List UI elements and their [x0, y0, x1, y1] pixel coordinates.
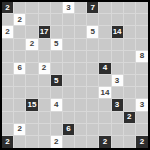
cell-r4-c11[interactable] — [124, 39, 136, 51]
cell-r11-c8[interactable] — [87, 124, 99, 136]
cell-r11-c6: 6 — [63, 124, 75, 136]
puzzle-board: 23722175142586245314154332262222 — [0, 0, 150, 150]
cell-r7-c6[interactable] — [63, 75, 75, 87]
cell-r10-c5[interactable] — [51, 112, 63, 124]
cell-r11-c7[interactable] — [75, 124, 87, 136]
cell-r1-c11[interactable] — [124, 2, 136, 14]
cell-r9-c11[interactable] — [124, 99, 136, 111]
cell-r5-c3[interactable] — [26, 51, 38, 63]
cell-r2-c12[interactable] — [136, 14, 148, 26]
cell-r4-c1[interactable] — [2, 39, 14, 51]
cell-r2-c3[interactable] — [26, 14, 38, 26]
cell-r7-c3[interactable] — [26, 75, 38, 87]
cell-r6-c2: 6 — [14, 63, 26, 75]
cell-r4-c3: 2 — [26, 39, 38, 51]
cell-r5-c9[interactable] — [99, 51, 111, 63]
cell-r5-c1[interactable] — [2, 51, 14, 63]
cell-r6-c3[interactable] — [26, 63, 38, 75]
cell-r4-c7[interactable] — [75, 39, 87, 51]
cell-r12-c3[interactable] — [26, 136, 38, 148]
cell-r11-c1[interactable] — [2, 124, 14, 136]
cell-r10-c7[interactable] — [75, 112, 87, 124]
cell-r2-c8[interactable] — [87, 14, 99, 26]
cell-r5-c12: 8 — [136, 51, 148, 63]
cell-r10-c9[interactable] — [99, 112, 111, 124]
cell-r2-c5[interactable] — [51, 14, 63, 26]
cell-r1-c8: 7 — [87, 2, 99, 14]
cell-r4-c2[interactable] — [14, 39, 26, 51]
cell-r7-c2[interactable] — [14, 75, 26, 87]
cell-r5-c10[interactable] — [112, 51, 124, 63]
cell-r1-c1: 2 — [2, 2, 14, 14]
cell-r3-c2[interactable] — [14, 26, 26, 38]
cell-r4-c12[interactable] — [136, 39, 148, 51]
cell-r6-c5[interactable] — [51, 63, 63, 75]
cell-r12-c10[interactable] — [112, 136, 124, 148]
cell-r12-c4[interactable] — [39, 136, 51, 148]
cell-r5-c7[interactable] — [75, 51, 87, 63]
cell-r9-c3: 15 — [26, 99, 38, 111]
cell-r9-c10: 3 — [112, 99, 124, 111]
cell-r9-c4[interactable] — [39, 99, 51, 111]
cell-r7-c11[interactable] — [124, 75, 136, 87]
cell-r1-c6: 3 — [63, 2, 75, 14]
cell-r7-c8[interactable] — [87, 75, 99, 87]
cell-r9-c6[interactable] — [63, 99, 75, 111]
cell-r3-c7[interactable] — [75, 26, 87, 38]
puzzle-grid: 23722175142586245314154332262222 — [2, 2, 148, 148]
cell-r8-c3[interactable] — [26, 87, 38, 99]
cell-r12-c6[interactable] — [63, 136, 75, 148]
cell-r6-c7[interactable] — [75, 63, 87, 75]
cell-r3-c1: 2 — [2, 26, 14, 38]
cell-r10-c8[interactable] — [87, 112, 99, 124]
cell-r4-c8[interactable] — [87, 39, 99, 51]
cell-r6-c10[interactable] — [112, 63, 124, 75]
cell-r9-c12: 3 — [136, 99, 148, 111]
cell-r8-c1[interactable] — [2, 87, 14, 99]
cell-r6-c9: 4 — [99, 63, 111, 75]
cell-r3-c8: 5 — [87, 26, 99, 38]
cell-r4-c10[interactable] — [112, 39, 124, 51]
cell-r11-c10[interactable] — [112, 124, 124, 136]
cell-r7-c10: 3 — [112, 75, 124, 87]
cell-r9-c9[interactable] — [99, 99, 111, 111]
cell-r8-c7[interactable] — [75, 87, 87, 99]
cell-r10-c12[interactable] — [136, 112, 148, 124]
cell-r11-c12[interactable] — [136, 124, 148, 136]
cell-r1-c9[interactable] — [99, 2, 111, 14]
cell-r3-c5[interactable] — [51, 26, 63, 38]
cell-r3-c4: 17 — [39, 26, 51, 38]
cell-r8-c2[interactable] — [14, 87, 26, 99]
cell-r11-c9[interactable] — [99, 124, 111, 136]
cell-r7-c5: 5 — [51, 75, 63, 87]
cell-r5-c2[interactable] — [14, 51, 26, 63]
cell-r5-c11[interactable] — [124, 51, 136, 63]
cell-r4-c4[interactable] — [39, 39, 51, 51]
cell-r4-c6[interactable] — [63, 39, 75, 51]
cell-r8-c8[interactable] — [87, 87, 99, 99]
cell-r3-c9[interactable] — [99, 26, 111, 38]
cell-r5-c4[interactable] — [39, 51, 51, 63]
cell-r10-c1[interactable] — [2, 112, 14, 124]
cell-r8-c9: 14 — [99, 87, 111, 99]
cell-r2-c4[interactable] — [39, 14, 51, 26]
cell-r9-c5: 4 — [51, 99, 63, 111]
cell-r12-c9: 2 — [99, 136, 111, 148]
cell-r8-c12[interactable] — [136, 87, 148, 99]
cell-r12-c5: 2 — [51, 136, 63, 148]
cell-r12-c1: 2 — [2, 136, 14, 148]
cell-r2-c6[interactable] — [63, 14, 75, 26]
cell-r3-c12[interactable] — [136, 26, 148, 38]
cell-r6-c6[interactable] — [63, 63, 75, 75]
cell-r5-c8[interactable] — [87, 51, 99, 63]
cell-r12-c8[interactable] — [87, 136, 99, 148]
cell-r1-c3[interactable] — [26, 2, 38, 14]
cell-r1-c12[interactable] — [136, 2, 148, 14]
cell-r8-c6[interactable] — [63, 87, 75, 99]
cell-r7-c1[interactable] — [2, 75, 14, 87]
cell-r7-c9[interactable] — [99, 75, 111, 87]
cell-r2-c1[interactable] — [2, 14, 14, 26]
cell-r3-c3[interactable] — [26, 26, 38, 38]
cell-r1-c2[interactable] — [14, 2, 26, 14]
cell-r9-c8[interactable] — [87, 99, 99, 111]
cell-r10-c3[interactable] — [26, 112, 38, 124]
cell-r1-c5[interactable] — [51, 2, 63, 14]
cell-r5-c5[interactable] — [51, 51, 63, 63]
cell-r12-c2[interactable] — [14, 136, 26, 148]
cell-r4-c9[interactable] — [99, 39, 111, 51]
cell-r7-c4[interactable] — [39, 75, 51, 87]
cell-r2-c9[interactable] — [99, 14, 111, 26]
cell-r11-c11[interactable] — [124, 124, 136, 136]
cell-r3-c11[interactable] — [124, 26, 136, 38]
cell-r12-c7[interactable] — [75, 136, 87, 148]
cell-r8-c11[interactable] — [124, 87, 136, 99]
cell-r8-c4[interactable] — [39, 87, 51, 99]
cell-r2-c10[interactable] — [112, 14, 124, 26]
cell-r10-c4[interactable] — [39, 112, 51, 124]
cell-r10-c11: 2 — [124, 112, 136, 124]
cell-r11-c5[interactable] — [51, 124, 63, 136]
cell-r2-c11[interactable] — [124, 14, 136, 26]
cell-r12-c12: 2 — [136, 136, 148, 148]
cell-r8-c10[interactable] — [112, 87, 124, 99]
cell-r2-c2: 2 — [14, 14, 26, 26]
cell-r1-c10[interactable] — [112, 2, 124, 14]
cell-r9-c1[interactable] — [2, 99, 14, 111]
cell-r8-c5[interactable] — [51, 87, 63, 99]
cell-r10-c2[interactable] — [14, 112, 26, 124]
cell-r11-c2: 2 — [14, 124, 26, 136]
cell-r3-c6[interactable] — [63, 26, 75, 38]
cell-r2-c7[interactable] — [75, 14, 87, 26]
cell-r9-c2[interactable] — [14, 99, 26, 111]
cell-r5-c6[interactable] — [63, 51, 75, 63]
cell-r6-c8[interactable] — [87, 63, 99, 75]
cell-r1-c4[interactable] — [39, 2, 51, 14]
cell-r11-c3[interactable] — [26, 124, 38, 136]
cell-r4-c5: 5 — [51, 39, 63, 51]
cell-r10-c10[interactable] — [112, 112, 124, 124]
cell-r7-c7[interactable] — [75, 75, 87, 87]
cell-r6-c11[interactable] — [124, 63, 136, 75]
cell-r11-c4[interactable] — [39, 124, 51, 136]
cell-r12-c11[interactable] — [124, 136, 136, 148]
cell-r6-c1[interactable] — [2, 63, 14, 75]
cell-r9-c7[interactable] — [75, 99, 87, 111]
cell-r10-c6[interactable] — [63, 112, 75, 124]
cell-r1-c7[interactable] — [75, 2, 87, 14]
cell-r6-c4: 2 — [39, 63, 51, 75]
cell-r7-c12[interactable] — [136, 75, 148, 87]
cell-r6-c12[interactable] — [136, 63, 148, 75]
cell-r3-c10: 14 — [112, 26, 124, 38]
